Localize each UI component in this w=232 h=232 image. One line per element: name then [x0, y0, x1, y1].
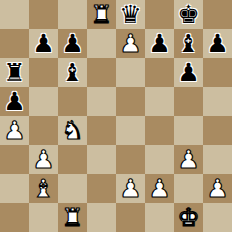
square-d7[interactable] [87, 29, 116, 58]
black-rook[interactable]: ♜ [3, 58, 25, 87]
black-bishop[interactable]: ♝ [61, 58, 83, 87]
square-a3[interactable] [0, 145, 29, 174]
white-pawn[interactable]: ♟ [32, 145, 54, 174]
square-h4[interactable] [203, 116, 232, 145]
square-c2[interactable] [58, 174, 87, 203]
square-h3[interactable] [203, 145, 232, 174]
square-g3[interactable]: ♟ [174, 145, 203, 174]
square-g6[interactable]: ♟ [174, 58, 203, 87]
square-c7[interactable]: ♟ [58, 29, 87, 58]
black-bishop[interactable]: ♝ [177, 29, 199, 58]
black-pawn[interactable]: ♟ [177, 58, 199, 87]
square-h2[interactable]: ♟ [203, 174, 232, 203]
square-g2[interactable] [174, 174, 203, 203]
square-b2[interactable]: ♝ [29, 174, 58, 203]
white-king[interactable]: ♚ [177, 203, 199, 232]
square-d3[interactable] [87, 145, 116, 174]
square-e3[interactable] [116, 145, 145, 174]
white-knight[interactable]: ♞ [61, 116, 83, 145]
square-e7[interactable]: ♟ [116, 29, 145, 58]
square-a1[interactable] [0, 203, 29, 232]
white-bishop[interactable]: ♝ [32, 174, 54, 203]
square-g1[interactable]: ♚ [174, 203, 203, 232]
black-queen[interactable]: ♛ [119, 0, 141, 29]
square-g5[interactable] [174, 87, 203, 116]
square-a8[interactable] [0, 0, 29, 29]
white-pawn[interactable]: ♟ [148, 174, 170, 203]
square-b3[interactable]: ♟ [29, 145, 58, 174]
square-a6[interactable]: ♜ [0, 58, 29, 87]
square-f5[interactable] [145, 87, 174, 116]
square-d6[interactable] [87, 58, 116, 87]
square-d8[interactable]: ♜ [87, 0, 116, 29]
black-king[interactable]: ♚ [177, 0, 199, 29]
square-c5[interactable] [58, 87, 87, 116]
white-rook[interactable]: ♜ [90, 0, 112, 29]
square-f2[interactable]: ♟ [145, 174, 174, 203]
chess-board: ♜♛♚♟♟♟♟♝♟♜♝♟♟♟♞♟♟♝♟♟♟♜♚ [0, 0, 232, 232]
square-d5[interactable] [87, 87, 116, 116]
white-rook[interactable]: ♜ [61, 203, 83, 232]
white-pawn[interactable]: ♟ [177, 145, 199, 174]
square-b1[interactable] [29, 203, 58, 232]
square-g7[interactable]: ♝ [174, 29, 203, 58]
square-b4[interactable] [29, 116, 58, 145]
square-e6[interactable] [116, 58, 145, 87]
square-h8[interactable] [203, 0, 232, 29]
black-pawn[interactable]: ♟ [61, 29, 83, 58]
square-a7[interactable] [0, 29, 29, 58]
square-h1[interactable] [203, 203, 232, 232]
square-g8[interactable]: ♚ [174, 0, 203, 29]
square-f6[interactable] [145, 58, 174, 87]
square-c6[interactable]: ♝ [58, 58, 87, 87]
square-f7[interactable]: ♟ [145, 29, 174, 58]
square-e8[interactable]: ♛ [116, 0, 145, 29]
square-c4[interactable]: ♞ [58, 116, 87, 145]
square-h5[interactable] [203, 87, 232, 116]
square-b8[interactable] [29, 0, 58, 29]
square-b7[interactable]: ♟ [29, 29, 58, 58]
square-c1[interactable]: ♜ [58, 203, 87, 232]
square-e5[interactable] [116, 87, 145, 116]
square-d4[interactable] [87, 116, 116, 145]
square-a5[interactable]: ♟ [0, 87, 29, 116]
square-c8[interactable] [58, 0, 87, 29]
white-pawn[interactable]: ♟ [206, 174, 228, 203]
square-b5[interactable] [29, 87, 58, 116]
square-d2[interactable] [87, 174, 116, 203]
square-b6[interactable] [29, 58, 58, 87]
square-f1[interactable] [145, 203, 174, 232]
black-pawn[interactable]: ♟ [32, 29, 54, 58]
white-pawn[interactable]: ♟ [3, 116, 25, 145]
square-d1[interactable] [87, 203, 116, 232]
square-a4[interactable]: ♟ [0, 116, 29, 145]
square-e4[interactable] [116, 116, 145, 145]
black-pawn[interactable]: ♟ [206, 29, 228, 58]
square-e1[interactable] [116, 203, 145, 232]
square-a2[interactable] [0, 174, 29, 203]
square-f3[interactable] [145, 145, 174, 174]
square-h6[interactable] [203, 58, 232, 87]
square-f4[interactable] [145, 116, 174, 145]
square-c3[interactable] [58, 145, 87, 174]
black-pawn[interactable]: ♟ [3, 87, 25, 116]
white-pawn[interactable]: ♟ [119, 29, 141, 58]
black-pawn[interactable]: ♟ [148, 29, 170, 58]
square-f8[interactable] [145, 0, 174, 29]
square-h7[interactable]: ♟ [203, 29, 232, 58]
white-pawn[interactable]: ♟ [119, 174, 141, 203]
square-g4[interactable] [174, 116, 203, 145]
square-e2[interactable]: ♟ [116, 174, 145, 203]
